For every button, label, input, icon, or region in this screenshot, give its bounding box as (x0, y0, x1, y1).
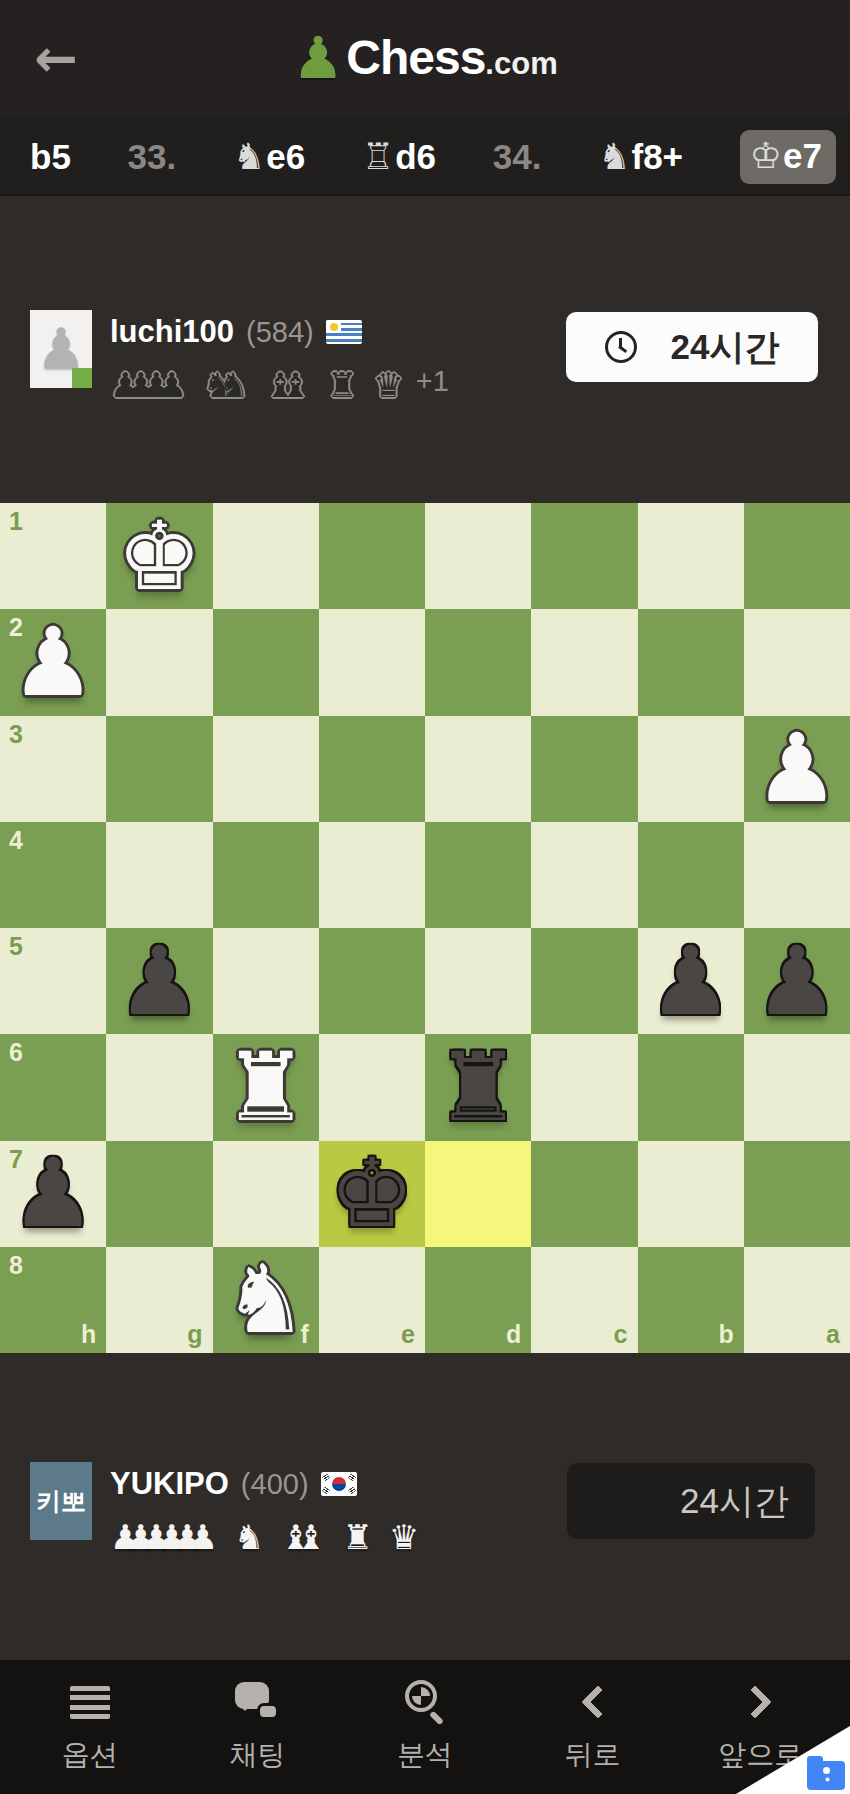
square-c8[interactable]: c (531, 1247, 637, 1353)
square-e6[interactable] (319, 1034, 425, 1140)
square-h7[interactable]: 7♟ (0, 1141, 106, 1247)
uruguay-flag-icon (326, 320, 362, 344)
square-f2[interactable] (213, 609, 319, 715)
captured-black-queen: ♛ (373, 368, 403, 402)
square-e3[interactable] (319, 716, 425, 822)
captured-white-rook: ♜ (342, 1520, 372, 1554)
square-d1[interactable] (425, 503, 531, 609)
captured-black-bishops: ♝♝ (265, 368, 311, 402)
square-g4[interactable] (106, 822, 212, 928)
square-d6[interactable]: ♜ (425, 1034, 531, 1140)
top-bar: ← ♟ Chess .com (0, 0, 850, 115)
app-screen: ← ♟ Chess .com b5 33. ♞e6 ♖d6 34. ♞f8+ ♔… (0, 0, 850, 1794)
square-f4[interactable] (213, 822, 319, 928)
square-a8[interactable]: a (744, 1247, 850, 1353)
black-rook-d6: ♜ (436, 1040, 521, 1135)
white-pawn-h2: ♟ (11, 615, 96, 710)
square-h1[interactable]: 1 (0, 503, 106, 609)
square-g5[interactable]: ♟ (106, 928, 212, 1034)
file-label-d: d (506, 1320, 521, 1349)
square-b5[interactable]: ♟ (638, 928, 744, 1034)
square-e7[interactable]: ♚ (319, 1141, 425, 1247)
square-e2[interactable] (319, 609, 425, 715)
chesscom-logo: ♟ Chess .com (0, 0, 850, 115)
nav-analysis[interactable]: 분석 (350, 1680, 500, 1774)
rook-figurine-icon: ♖ (362, 139, 394, 175)
opponent-captured-pieces: ♟♟♟♟ ♞♞ ♝♝ ♜ ♛ +1 (110, 362, 449, 402)
king-figurine-icon: ♔ (750, 138, 782, 174)
square-e5[interactable] (319, 928, 425, 1034)
square-d3[interactable] (425, 716, 531, 822)
square-a1[interactable] (744, 503, 850, 609)
opponent-rating: (584) (246, 316, 314, 349)
rank-label-5: 5 (9, 932, 23, 961)
square-e4[interactable] (319, 822, 425, 928)
rank-label-6: 6 (9, 1038, 23, 1067)
opponent-avatar[interactable]: ♟ (30, 310, 92, 388)
file-label-g: g (187, 1320, 202, 1349)
square-a6[interactable] (744, 1034, 850, 1140)
black-king-e7: ♚ (329, 1146, 414, 1241)
black-pawn-a5: ♟ (754, 934, 839, 1029)
chess-board: 1♚2♟3♟45♟♟♟6♜♜7♟♚8hgf♞edcba (0, 503, 850, 1353)
square-g3[interactable] (106, 716, 212, 822)
white-pawn-a3: ♟ (754, 721, 839, 816)
knight-figurine-icon: ♞ (233, 139, 265, 175)
white-king-g1: ♚ (117, 509, 202, 604)
opponent-timer-value: 24시간 (671, 324, 780, 371)
white-rook-f6: ♜ (223, 1040, 308, 1135)
captured-white-pawns: ♟♟♟♟♟♟ (110, 1520, 218, 1554)
captured-black-pawns: ♟♟♟♟ (110, 368, 187, 402)
file-label-e: e (401, 1320, 415, 1349)
square-c7[interactable] (531, 1141, 637, 1247)
square-b8[interactable]: b (638, 1247, 744, 1353)
square-f7[interactable] (213, 1141, 319, 1247)
back-chevron-icon (581, 1685, 615, 1719)
square-d4[interactable] (425, 822, 531, 928)
file-label-c: c (614, 1320, 628, 1349)
move-Nf8[interactable]: ♞f8+ (598, 137, 683, 177)
square-b7[interactable] (638, 1141, 744, 1247)
square-h5[interactable]: 5 (0, 928, 106, 1034)
file-label-f: f (300, 1320, 308, 1349)
logo-suffix-text: .com (485, 46, 557, 82)
move-number-34: 34. (493, 137, 542, 177)
square-b1[interactable] (638, 503, 744, 609)
square-a4[interactable] (744, 822, 850, 928)
opponent-timer: 24시간 (566, 312, 818, 382)
move-Rd6[interactable]: ♖d6 (362, 137, 436, 177)
rank-label-1: 1 (9, 507, 23, 536)
rank-label-4: 4 (9, 826, 23, 855)
square-g6[interactable] (106, 1034, 212, 1140)
nav-back[interactable]: 뒤로 (518, 1680, 668, 1774)
captured-white-queen: ♛ (389, 1520, 419, 1554)
square-b2[interactable] (638, 609, 744, 715)
own-rating: (400) (241, 1468, 309, 1501)
square-d2[interactable] (425, 609, 531, 715)
square-d5[interactable] (425, 928, 531, 1034)
square-h3[interactable]: 3 (0, 716, 106, 822)
own-info: YUKIPO (400) ♟♟♟♟♟♟ ♞ ♝♝ ♜ ♛ (110, 1466, 419, 1554)
own-username[interactable]: YUKIPO (110, 1466, 229, 1502)
file-label-a: a (826, 1320, 840, 1349)
chat-icon (235, 1682, 279, 1722)
square-b6[interactable] (638, 1034, 744, 1140)
file-label-h: h (81, 1320, 96, 1349)
move-number-33: 33. (128, 137, 177, 177)
clock-icon (605, 331, 637, 363)
square-d7[interactable] (425, 1141, 531, 1247)
square-h4[interactable]: 4 (0, 822, 106, 928)
black-pawn-g5: ♟ (117, 934, 202, 1029)
opponent-username[interactable]: luchi100 (110, 314, 234, 350)
south-korea-flag-icon (321, 1472, 357, 1496)
move-Ke7-current[interactable]: ♔e7 (740, 130, 836, 184)
square-a2[interactable] (744, 609, 850, 715)
square-c6[interactable] (531, 1034, 637, 1140)
black-pawn-b5: ♟ (648, 934, 733, 1029)
own-captured-pieces: ♟♟♟♟♟♟ ♞ ♝♝ ♜ ♛ (110, 1514, 419, 1554)
move-b5[interactable]: b5 (30, 137, 71, 177)
square-f6[interactable]: ♜ (213, 1034, 319, 1140)
square-f5[interactable] (213, 928, 319, 1034)
square-c3[interactable] (531, 716, 637, 822)
options-list-icon (70, 1686, 110, 1719)
square-c2[interactable] (531, 609, 637, 715)
captured-white-knight: ♞ (234, 1520, 264, 1554)
square-g1[interactable]: ♚ (106, 503, 212, 609)
rank-label-8: 8 (9, 1251, 23, 1280)
secure-folder-icon[interactable] (807, 1761, 845, 1790)
square-f8[interactable]: f♞ (213, 1247, 319, 1353)
square-c5[interactable] (531, 928, 637, 1034)
green-pawn-icon: ♟ (292, 29, 344, 87)
square-b4[interactable] (638, 822, 744, 928)
square-h8[interactable]: 8h (0, 1247, 106, 1353)
move-list-bar: b5 33. ♞e6 ♖d6 34. ♞f8+ ♔e7 (0, 115, 850, 196)
square-e8[interactable]: e (319, 1247, 425, 1353)
captured-black-rook: ♜ (327, 368, 357, 402)
square-f1[interactable] (213, 503, 319, 609)
square-h2[interactable]: 2♟ (0, 609, 106, 715)
white-knight-f8: ♞ (223, 1252, 308, 1347)
material-advantage: +1 (416, 365, 449, 402)
square-g2[interactable] (106, 609, 212, 715)
square-g8[interactable]: g (106, 1247, 212, 1353)
file-label-b: b (718, 1320, 733, 1349)
square-h6[interactable]: 6 (0, 1034, 106, 1140)
square-a5[interactable]: ♟ (744, 928, 850, 1034)
opponent-player-section: ♟ luchi100 (584) ♟♟♟♟ ♞♞ ♝♝ ♜ ♛ +1 24시간 (0, 196, 850, 503)
own-avatar-text: 키뽀 (36, 1485, 86, 1518)
opponent-info: luchi100 (584) ♟♟♟♟ ♞♞ ♝♝ ♜ ♛ +1 (110, 314, 449, 402)
captured-black-knights: ♞♞ (203, 368, 249, 402)
square-a3[interactable]: ♟ (744, 716, 850, 822)
online-status-badge (72, 368, 92, 388)
knight-figurine-icon: ♞ (598, 139, 630, 175)
rank-label-2: 2 (9, 613, 23, 642)
own-timer-value: 24시간 (680, 1478, 789, 1525)
square-b3[interactable] (638, 716, 744, 822)
square-c1[interactable] (531, 503, 637, 609)
nav-chat[interactable]: 채팅 (182, 1680, 332, 1774)
captured-white-bishops: ♝♝ (280, 1520, 326, 1554)
rank-label-7: 7 (9, 1145, 23, 1174)
square-a7[interactable] (744, 1141, 850, 1247)
square-f3[interactable] (213, 716, 319, 822)
rank-label-3: 3 (9, 720, 23, 749)
nav-options[interactable]: 옵션 (15, 1680, 165, 1774)
forward-chevron-icon (738, 1685, 772, 1719)
own-timer: 24시간 (567, 1463, 815, 1539)
square-c4[interactable] (531, 822, 637, 928)
square-g7[interactable] (106, 1141, 212, 1247)
own-avatar[interactable]: 키뽀 (30, 1462, 92, 1540)
analysis-icon (403, 1680, 447, 1724)
square-e1[interactable] (319, 503, 425, 609)
bottom-nav-bar: 옵션 채팅 분석 뒤로 앞으로 (0, 1660, 850, 1794)
logo-brand-text: Chess (346, 30, 485, 85)
move-Ne6[interactable]: ♞e6 (233, 137, 305, 177)
black-pawn-h7: ♟ (11, 1146, 96, 1241)
square-d8[interactable]: d (425, 1247, 531, 1353)
own-player-section: 키뽀 YUKIPO (400) ♟♟♟♟♟♟ ♞ ♝♝ ♜ ♛ 24시간 (0, 1353, 850, 1660)
